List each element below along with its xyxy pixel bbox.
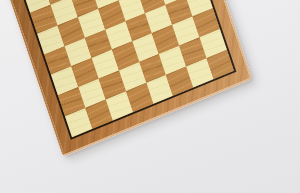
chessboard — [0, 0, 253, 157]
playing-field — [14, 0, 237, 140]
photo-background — [0, 0, 300, 193]
